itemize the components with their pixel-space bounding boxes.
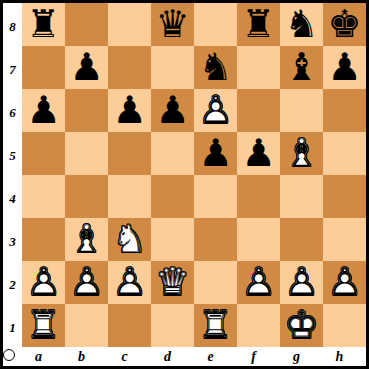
square-g1[interactable]: ♚♔ [280,304,323,347]
square-h3[interactable] [323,218,366,261]
piece-glyph: ♜ [237,3,280,46]
square-g4[interactable] [280,175,323,218]
piece-black-rook: ♜ [237,3,280,46]
piece-white-knight: ♞♘ [108,218,151,261]
rank-label-8: 8 [3,3,22,46]
square-c5[interactable] [108,132,151,175]
square-h6[interactable] [323,89,366,132]
square-a8[interactable]: ♜ [22,3,65,46]
square-f1[interactable] [237,304,280,347]
square-f5[interactable]: ♟ [237,132,280,175]
square-a7[interactable] [22,46,65,89]
square-a5[interactable] [22,132,65,175]
square-d7[interactable] [151,46,194,89]
piece-white-bishop: ♝♗ [65,218,108,261]
piece-black-knight: ♞ [280,3,323,46]
piece-white-pawn: ♟♙ [323,261,366,304]
piece-black-pawn: ♟ [194,132,237,175]
square-a3[interactable] [22,218,65,261]
piece-glyph: ♛ [151,3,194,46]
rank-label-4: 4 [3,175,22,218]
file-label-a: a [17,347,60,366]
square-d6[interactable]: ♟ [151,89,194,132]
square-d8[interactable]: ♛ [151,3,194,46]
piece-black-rook: ♜ [22,3,65,46]
square-a4[interactable] [22,175,65,218]
piece-white-queen: ♛♕ [151,261,194,304]
piece-glyph-outline: ♖ [22,304,65,347]
rank-label-7: 7 [3,46,22,89]
piece-glyph-outline: ♙ [22,261,65,304]
square-b5[interactable] [65,132,108,175]
square-b1[interactable] [65,304,108,347]
piece-black-king: ♚ [323,3,366,46]
file-label-d: d [146,347,189,366]
file-label-c: c [103,347,146,366]
white-to-move-indicator [3,349,15,361]
square-h5[interactable] [323,132,366,175]
square-c4[interactable] [108,175,151,218]
square-h4[interactable] [323,175,366,218]
square-b7[interactable]: ♟ [65,46,108,89]
rank-label-6: 6 [3,89,22,132]
piece-black-pawn: ♟ [22,89,65,132]
square-f3[interactable] [237,218,280,261]
piece-white-pawn: ♟♙ [22,261,65,304]
square-d1[interactable] [151,304,194,347]
square-b3[interactable]: ♝♗ [65,218,108,261]
piece-white-pawn: ♟♙ [237,261,280,304]
square-f2[interactable]: ♟♙ [237,261,280,304]
square-g2[interactable]: ♟♙ [280,261,323,304]
piece-glyph-outline: ♙ [323,261,366,304]
piece-glyph-outline: ♙ [65,261,108,304]
piece-glyph: ♟ [194,132,237,175]
piece-white-king: ♚♔ [280,304,323,347]
piece-glyph-outline: ♗ [280,132,323,175]
piece-glyph: ♟ [151,89,194,132]
square-c7[interactable] [108,46,151,89]
piece-white-pawn: ♟♙ [108,261,151,304]
piece-glyph: ♞ [194,46,237,89]
file-label-h: h [318,347,361,366]
rank-label-2: 2 [3,261,22,304]
file-label-e: e [189,347,232,366]
square-f4[interactable] [237,175,280,218]
square-a6[interactable]: ♟ [22,89,65,132]
square-e7[interactable]: ♞ [194,46,237,89]
square-e6[interactable]: ♟♙ [194,89,237,132]
file-label-b: b [60,347,103,366]
piece-glyph: ♟ [108,89,151,132]
square-b4[interactable] [65,175,108,218]
square-d3[interactable] [151,218,194,261]
square-b6[interactable] [65,89,108,132]
piece-black-pawn: ♟ [237,132,280,175]
square-f7[interactable] [237,46,280,89]
square-g5[interactable]: ♝♗ [280,132,323,175]
piece-white-bishop: ♝♗ [280,132,323,175]
piece-glyph: ♝ [280,46,323,89]
square-g3[interactable] [280,218,323,261]
piece-glyph-outline: ♗ [65,218,108,261]
square-c2[interactable]: ♟♙ [108,261,151,304]
piece-glyph-outline: ♔ [280,304,323,347]
piece-glyph-outline: ♕ [151,261,194,304]
square-e4[interactable] [194,175,237,218]
piece-glyph-outline: ♙ [108,261,151,304]
square-c1[interactable] [108,304,151,347]
square-d2[interactable]: ♛♕ [151,261,194,304]
square-f6[interactable] [237,89,280,132]
piece-glyph: ♟ [65,46,108,89]
piece-glyph-outline: ♙ [280,261,323,304]
file-labels: abcdefgh [22,347,366,366]
piece-glyph-outline: ♖ [194,304,237,347]
piece-glyph-outline: ♙ [194,89,237,132]
piece-white-rook: ♜♖ [194,304,237,347]
square-g8[interactable]: ♞ [280,3,323,46]
piece-glyph: ♟ [22,89,65,132]
piece-glyph: ♞ [280,3,323,46]
square-h7[interactable]: ♟ [323,46,366,89]
piece-glyph: ♟ [323,46,366,89]
piece-black-pawn: ♟ [108,89,151,132]
square-a1[interactable]: ♜♖ [22,304,65,347]
rank-labels: 87654321 [3,3,22,347]
square-g6[interactable] [280,89,323,132]
chess-board: ♜♛♜♞♚♟♞♝♟♟♟♟♟♙♟♟♝♗♝♗♞♘♟♙♟♙♟♙♛♕♟♙♟♙♟♙♜♖♜♖… [22,3,366,347]
square-b8[interactable] [65,3,108,46]
square-h1[interactable] [323,304,366,347]
piece-black-pawn: ♟ [151,89,194,132]
square-c3[interactable]: ♞♘ [108,218,151,261]
chess-diagram: 87654321 ♜♛♜♞♚♟♞♝♟♟♟♟♟♙♟♟♝♗♝♗♞♘♟♙♟♙♟♙♛♕♟… [0,0,369,369]
square-h8[interactable]: ♚ [323,3,366,46]
square-g7[interactable]: ♝ [280,46,323,89]
square-h2[interactable]: ♟♙ [323,261,366,304]
square-e2[interactable] [194,261,237,304]
piece-black-pawn: ♟ [323,46,366,89]
piece-white-pawn: ♟♙ [280,261,323,304]
square-f8[interactable]: ♜ [237,3,280,46]
file-label-g: g [275,347,318,366]
piece-white-rook: ♜♖ [22,304,65,347]
square-e3[interactable] [194,218,237,261]
piece-black-bishop: ♝ [280,46,323,89]
rank-label-3: 3 [3,218,22,261]
square-e5[interactable]: ♟ [194,132,237,175]
piece-black-pawn: ♟ [65,46,108,89]
square-d4[interactable] [151,175,194,218]
square-a2[interactable]: ♟♙ [22,261,65,304]
square-b2[interactable]: ♟♙ [65,261,108,304]
file-label-f: f [232,347,275,366]
piece-black-queen: ♛ [151,3,194,46]
square-e8[interactable] [194,3,237,46]
piece-glyph: ♟ [237,132,280,175]
square-d5[interactable] [151,132,194,175]
rank-label-5: 5 [3,132,22,175]
piece-glyph-outline: ♙ [237,261,280,304]
square-c6[interactable]: ♟ [108,89,151,132]
piece-white-pawn: ♟♙ [65,261,108,304]
square-e1[interactable]: ♜♖ [194,304,237,347]
piece-glyph: ♚ [323,3,366,46]
piece-glyph: ♜ [22,3,65,46]
piece-glyph-outline: ♘ [108,218,151,261]
piece-black-knight: ♞ [194,46,237,89]
piece-white-pawn: ♟♙ [194,89,237,132]
square-c8[interactable] [108,3,151,46]
rank-label-1: 1 [3,304,22,347]
